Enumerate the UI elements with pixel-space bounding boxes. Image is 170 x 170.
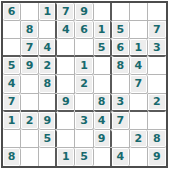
cell-r6c3[interactable]	[39, 94, 57, 112]
cell-r8c7[interactable]	[112, 130, 130, 148]
cell-r4c7[interactable]: 8	[112, 57, 130, 75]
cell-r2c5[interactable]: 6	[75, 21, 93, 39]
cell-r1c4[interactable]: 7	[57, 3, 75, 21]
cell-r6c1[interactable]: 7	[3, 94, 21, 112]
cell-r9c8[interactable]	[130, 148, 148, 166]
cell-r2c6[interactable]: 1	[94, 21, 112, 39]
cell-r8c3[interactable]: 5	[39, 130, 57, 148]
cell-r4c6[interactable]	[94, 57, 112, 75]
cell-r7c6[interactable]: 4	[94, 112, 112, 130]
cell-r7c3[interactable]: 9	[39, 112, 57, 130]
cell-r4c4[interactable]	[57, 57, 75, 75]
cell-r2c3[interactable]	[39, 21, 57, 39]
cell-r8c9[interactable]: 8	[148, 130, 166, 148]
cell-r3c4[interactable]	[57, 39, 75, 57]
cell-r2c2[interactable]: 8	[21, 21, 39, 39]
cell-r4c9[interactable]	[148, 57, 166, 75]
cell-r9c6[interactable]	[94, 148, 112, 166]
cell-r5c1[interactable]: 4	[3, 75, 21, 93]
sudoku-board: 6179846157745613592184482779832129347592…	[1, 1, 168, 168]
cell-r5c6[interactable]	[94, 75, 112, 93]
cell-r7c2[interactable]: 2	[21, 112, 39, 130]
cell-r6c5[interactable]	[75, 94, 93, 112]
cell-r5c3[interactable]: 8	[39, 75, 57, 93]
cell-r1c5[interactable]: 9	[75, 3, 93, 21]
cell-r3c2[interactable]: 7	[21, 39, 39, 57]
cell-r3c8[interactable]: 1	[130, 39, 148, 57]
cell-r5c2[interactable]	[21, 75, 39, 93]
cell-r1c7[interactable]	[112, 3, 130, 21]
cell-r9c1[interactable]: 8	[3, 148, 21, 166]
cell-r2c7[interactable]: 5	[112, 21, 130, 39]
cell-r8c4[interactable]	[57, 130, 75, 148]
cell-r8c2[interactable]	[21, 130, 39, 148]
cell-r8c5[interactable]	[75, 130, 93, 148]
cell-r1c1[interactable]: 6	[3, 3, 21, 21]
cell-r5c7[interactable]	[112, 75, 130, 93]
cell-r4c8[interactable]: 4	[130, 57, 148, 75]
cell-r9c4[interactable]: 1	[57, 148, 75, 166]
cell-r8c8[interactable]: 2	[130, 130, 148, 148]
cell-r6c8[interactable]	[130, 94, 148, 112]
cell-r9c3[interactable]	[39, 148, 57, 166]
cell-r5c8[interactable]: 7	[130, 75, 148, 93]
cell-r6c7[interactable]: 3	[112, 94, 130, 112]
cell-r7c1[interactable]: 1	[3, 112, 21, 130]
cell-r7c7[interactable]: 7	[112, 112, 130, 130]
cell-r3c1[interactable]	[3, 39, 21, 57]
cell-r7c4[interactable]	[57, 112, 75, 130]
cell-r3c5[interactable]	[75, 39, 93, 57]
cell-r3c3[interactable]: 4	[39, 39, 57, 57]
cell-r4c2[interactable]: 9	[21, 57, 39, 75]
cell-r1c8[interactable]	[130, 3, 148, 21]
cell-r2c1[interactable]	[3, 21, 21, 39]
cell-r6c6[interactable]: 8	[94, 94, 112, 112]
cell-r6c9[interactable]: 2	[148, 94, 166, 112]
cell-r3c6[interactable]: 5	[94, 39, 112, 57]
cell-r1c6[interactable]	[94, 3, 112, 21]
cell-r4c3[interactable]: 2	[39, 57, 57, 75]
cell-r1c9[interactable]	[148, 3, 166, 21]
cell-r9c7[interactable]: 4	[112, 148, 130, 166]
cell-r9c5[interactable]: 5	[75, 148, 93, 166]
cell-r2c4[interactable]: 4	[57, 21, 75, 39]
cell-r4c5[interactable]: 1	[75, 57, 93, 75]
cell-r2c9[interactable]: 7	[148, 21, 166, 39]
cell-r5c5[interactable]: 2	[75, 75, 93, 93]
cell-r3c7[interactable]: 6	[112, 39, 130, 57]
cell-r5c9[interactable]	[148, 75, 166, 93]
cell-r7c8[interactable]	[130, 112, 148, 130]
cell-r2c8[interactable]	[130, 21, 148, 39]
cell-r1c3[interactable]: 1	[39, 3, 57, 21]
cell-r7c5[interactable]: 3	[75, 112, 93, 130]
cell-r8c6[interactable]: 9	[94, 130, 112, 148]
cell-r9c2[interactable]	[21, 148, 39, 166]
cell-r6c4[interactable]: 9	[57, 94, 75, 112]
cell-r1c2[interactable]	[21, 3, 39, 21]
cell-r8c1[interactable]	[3, 130, 21, 148]
cell-r7c9[interactable]	[148, 112, 166, 130]
cell-r5c4[interactable]	[57, 75, 75, 93]
cell-r9c9[interactable]: 9	[148, 148, 166, 166]
cell-r4c1[interactable]: 5	[3, 57, 21, 75]
cell-r3c9[interactable]: 3	[148, 39, 166, 57]
cell-r6c2[interactable]	[21, 94, 39, 112]
